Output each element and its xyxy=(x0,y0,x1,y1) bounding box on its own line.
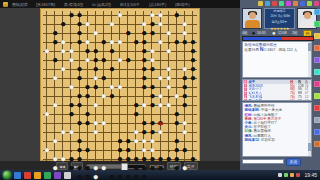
board-intersection[interactable] xyxy=(92,146,100,155)
board-intersection[interactable]: ● xyxy=(100,164,108,173)
board-intersection[interactable]: ● xyxy=(173,92,181,101)
board-intersection[interactable] xyxy=(100,137,108,146)
star-point xyxy=(168,96,170,98)
board-intersection[interactable]: ● xyxy=(59,65,67,74)
board-intersection[interactable]: ● xyxy=(100,56,108,65)
board-intersection[interactable] xyxy=(165,11,173,20)
board-intersection[interactable]: ● xyxy=(67,128,75,137)
board-intersection[interactable] xyxy=(132,56,140,65)
board-intersection[interactable] xyxy=(173,20,181,29)
board-intersection[interactable] xyxy=(165,119,173,128)
board-intersection[interactable]: ● xyxy=(43,146,51,155)
board-intersection[interactable]: ● xyxy=(108,173,116,180)
board-intersection[interactable] xyxy=(173,65,181,74)
board-intersection[interactable] xyxy=(59,92,67,101)
board-intersection[interactable]: ● xyxy=(67,56,75,65)
board-intersection[interactable] xyxy=(108,119,116,128)
right-panel: 对局信息 20分 3次 60秒 贴3又3/4子 ★★★★★★ 4段 ● 10:3… xyxy=(240,0,320,170)
table-row[interactable]: 5黑白无常6段6958 xyxy=(243,99,311,101)
board-intersection[interactable] xyxy=(43,56,51,65)
exit-icon[interactable] xyxy=(314,141,320,147)
board-intersection[interactable] xyxy=(59,110,67,119)
board-intersection[interactable]: ● xyxy=(51,137,59,146)
board-intersection[interactable]: ● xyxy=(108,65,116,74)
black-stone: ● xyxy=(109,92,114,101)
board-intersection[interactable] xyxy=(124,74,132,83)
board-intersection[interactable] xyxy=(189,137,197,146)
title-segments: [第1807局]黑:弈海4段白:清风2段贴3又3/4子(共180手)(观战中) xyxy=(36,1,193,7)
board-intersection[interactable] xyxy=(43,11,51,20)
board-intersection[interactable] xyxy=(116,119,124,128)
black-stone: ● xyxy=(101,56,106,65)
board-intersection[interactable]: ● xyxy=(84,119,92,128)
star-point xyxy=(119,96,121,98)
board-intersection[interactable] xyxy=(156,47,164,56)
board-intersection[interactable]: ● xyxy=(165,29,173,38)
board-intersection[interactable]: ● xyxy=(43,47,51,56)
board-intersection[interactable] xyxy=(181,47,189,56)
board-intersection[interactable] xyxy=(43,29,51,38)
white-stone: ● xyxy=(109,20,114,29)
white-stone: ● xyxy=(61,47,66,56)
board-intersection[interactable] xyxy=(100,146,108,155)
board-intersection[interactable] xyxy=(189,101,197,110)
send-button[interactable]: 发送 xyxy=(286,158,301,166)
board-intersection[interactable] xyxy=(124,11,132,20)
board-intersection[interactable]: ● xyxy=(124,173,132,180)
board-intersection[interactable]: ● xyxy=(124,56,132,65)
black-stone: ● xyxy=(77,101,82,110)
black-stone: ● xyxy=(150,65,155,74)
black-stone: ● xyxy=(182,146,187,155)
board-intersection[interactable] xyxy=(59,83,67,92)
ranking-table: #棋手段胜负1棋圣20099段128362天元小子8段96413烂柯真人7段88… xyxy=(242,79,312,101)
message-scrollbar[interactable] xyxy=(308,42,311,77)
board-intersection[interactable] xyxy=(116,92,124,101)
board-intersection[interactable]: ● xyxy=(181,128,189,137)
white-stone: ● xyxy=(158,38,163,47)
board-intersection[interactable] xyxy=(43,20,51,29)
black-stone: ● xyxy=(52,38,57,47)
board-intersection[interactable]: ● xyxy=(84,56,92,65)
emoji-icon[interactable] xyxy=(314,33,320,39)
goban-grid[interactable]: ●●●●●●●●●●●●●●●●●●●●●●●●●●●●●●●●●●●●●●●●… xyxy=(43,11,197,158)
board-intersection[interactable] xyxy=(51,110,59,119)
mail-icon[interactable] xyxy=(24,172,31,179)
board-intersection[interactable]: ● xyxy=(148,101,156,110)
board-intersection[interactable] xyxy=(132,20,140,29)
menu-segment[interactable]: (观战中) xyxy=(175,2,190,7)
white-stone: ● xyxy=(101,92,106,101)
white-stone: ● xyxy=(101,119,106,128)
white-stone: ● xyxy=(166,47,171,56)
black-stone: ● xyxy=(77,38,82,47)
board-intersection[interactable]: ● xyxy=(165,47,173,56)
board-intersection[interactable] xyxy=(67,20,75,29)
chat-scrollbar[interactable] xyxy=(308,103,311,156)
board-intersection[interactable]: ● xyxy=(92,128,100,137)
black-stone: ● xyxy=(125,155,130,164)
white-stone: ● xyxy=(44,47,49,56)
white-stone: ● xyxy=(117,11,122,20)
board-intersection[interactable] xyxy=(124,38,132,47)
board-intersection[interactable]: ● xyxy=(173,11,181,20)
black-stone: ● xyxy=(182,38,187,47)
board-intersection[interactable] xyxy=(84,128,92,137)
refresh-icon[interactable] xyxy=(279,1,284,6)
white-stone: ● xyxy=(52,74,57,83)
media-icon[interactable] xyxy=(44,172,51,179)
board-intersection[interactable]: ● xyxy=(100,74,108,83)
board-intersection[interactable] xyxy=(43,65,51,74)
board-intersection[interactable]: ● xyxy=(59,128,67,137)
white-stone: ● xyxy=(61,155,66,164)
black-stone: ● xyxy=(133,110,138,119)
black-stone: ● xyxy=(125,173,130,180)
board-intersection[interactable]: ● xyxy=(132,137,140,146)
white-stone: ● xyxy=(166,83,171,92)
white-stone: ● xyxy=(158,101,163,110)
board-intersection[interactable]: ● xyxy=(181,146,189,155)
board-intersection[interactable] xyxy=(92,137,100,146)
board-intersection[interactable]: ● xyxy=(148,29,156,38)
board-intersection[interactable]: ● xyxy=(84,20,92,29)
panel-toolbar xyxy=(246,1,319,7)
black-time: 10:35 xyxy=(257,30,266,34)
board-intersection[interactable]: ● xyxy=(124,155,132,164)
chat-input-row: 发送 xyxy=(242,158,312,165)
board-intersection[interactable] xyxy=(165,110,173,119)
menu-segment[interactable]: [第1807局] xyxy=(36,2,55,7)
white-stone: ● xyxy=(158,128,163,137)
board-intersection[interactable] xyxy=(92,11,100,20)
board-intersection[interactable]: ● xyxy=(92,101,100,110)
gift-icon[interactable] xyxy=(314,45,320,51)
board-intersection[interactable]: ● xyxy=(108,20,116,29)
board-intersection[interactable] xyxy=(189,110,197,119)
volume-icon[interactable] xyxy=(278,173,282,177)
board-intersection[interactable]: ● xyxy=(51,56,59,65)
board-intersection[interactable] xyxy=(43,74,51,83)
board-intersection[interactable] xyxy=(59,74,67,83)
board-intersection[interactable]: ● xyxy=(51,74,59,83)
board-intersection[interactable] xyxy=(132,65,140,74)
sound2-icon[interactable] xyxy=(314,129,320,135)
board-intersection[interactable]: ● xyxy=(100,119,108,128)
white-stone: ● xyxy=(158,20,163,29)
start-button[interactable] xyxy=(3,171,11,179)
menu-segment[interactable]: (共180手) xyxy=(149,2,166,7)
white-stone: ● xyxy=(133,137,138,146)
app-icon xyxy=(3,2,8,7)
board-intersection[interactable] xyxy=(124,83,132,92)
menu-segment[interactable]: 贴3又3/4子 xyxy=(120,2,140,7)
board-intersection[interactable]: ● xyxy=(51,101,59,110)
board-intersection[interactable]: ● xyxy=(59,20,67,29)
zoom-icon[interactable] xyxy=(293,1,298,6)
board-intersection[interactable] xyxy=(173,74,181,83)
white-stone: ● xyxy=(93,29,98,38)
board-intersection[interactable] xyxy=(108,146,116,155)
board-intersection[interactable] xyxy=(173,47,181,56)
black-stone: ● xyxy=(85,92,90,101)
board-intersection[interactable] xyxy=(189,83,197,92)
board-intersection[interactable] xyxy=(84,65,92,74)
board-intersection[interactable] xyxy=(67,65,75,74)
board-intersection[interactable]: ● xyxy=(100,92,108,101)
close-icon[interactable] xyxy=(272,1,277,6)
board-intersection[interactable] xyxy=(43,92,51,101)
black-stone: ● xyxy=(166,155,171,164)
settings-gear-icon[interactable] xyxy=(314,117,320,123)
board-intersection[interactable] xyxy=(108,110,116,119)
board-intersection[interactable] xyxy=(75,47,83,56)
black-stone: ● xyxy=(190,155,195,164)
board-intersection[interactable]: ● xyxy=(132,110,140,119)
black-stone: ● xyxy=(150,164,155,173)
white-stone: ● xyxy=(166,29,171,38)
white-stone: ● xyxy=(69,128,74,137)
board-intersection[interactable]: ● xyxy=(116,173,124,180)
white-stone: ● xyxy=(69,83,74,92)
board-intersection[interactable]: ● xyxy=(116,11,124,20)
black-stone-icon: ● xyxy=(252,30,256,36)
board-intersection[interactable] xyxy=(51,83,59,92)
info-line3: 贴3又3/4子 xyxy=(271,21,289,24)
board-intersection[interactable]: ● xyxy=(100,38,108,47)
pin-icon[interactable] xyxy=(300,1,305,6)
info-line2: 20分 3次 60秒 xyxy=(271,15,289,18)
battery-icon[interactable] xyxy=(296,173,300,177)
board-intersection[interactable]: ● xyxy=(75,101,83,110)
board-intersection[interactable] xyxy=(108,137,116,146)
board-intersection[interactable] xyxy=(124,119,132,128)
black-stone: ● xyxy=(117,155,122,164)
board-intersection[interactable]: ● xyxy=(67,83,75,92)
white-stone: ● xyxy=(61,65,66,74)
board-intersection[interactable]: ● xyxy=(43,110,51,119)
board-intersection[interactable] xyxy=(156,56,164,65)
black-stone: ● xyxy=(85,119,90,128)
board-intersection[interactable] xyxy=(51,119,59,128)
board-intersection[interactable]: ● xyxy=(51,164,59,173)
chat-input[interactable] xyxy=(242,159,284,164)
board-intersection[interactable] xyxy=(116,65,124,74)
board-intersection[interactable] xyxy=(108,128,116,137)
white-stone: ● xyxy=(52,164,57,173)
white-stone: ● xyxy=(174,92,179,101)
board-intersection[interactable] xyxy=(189,119,197,128)
board-intersection[interactable]: ● xyxy=(140,83,148,92)
board-intersection[interactable] xyxy=(189,92,197,101)
board-intersection[interactable] xyxy=(67,29,75,38)
black-rank: 4段 xyxy=(242,30,247,34)
white-stone: ● xyxy=(93,173,98,180)
message-box: 欢迎光临围棋对弈室比赛对局 NO.1807 · 观战 152 人 xyxy=(242,41,312,78)
black-stone: ● xyxy=(85,146,90,155)
black-stone: ● xyxy=(133,173,138,180)
board-intersection[interactable] xyxy=(67,137,75,146)
white-stone: ● xyxy=(158,74,163,83)
board-intersection[interactable]: ● xyxy=(181,164,189,173)
board-intersection[interactable]: ● xyxy=(116,155,124,164)
board-intersection[interactable]: ● xyxy=(51,38,59,47)
game-number-message: 比赛对局 NO.1807 · 观战 152 人 xyxy=(244,47,312,52)
board-intersection[interactable] xyxy=(189,20,197,29)
board-intersection[interactable]: ● xyxy=(156,128,164,137)
board-intersection[interactable] xyxy=(100,101,108,110)
board-intersection[interactable]: ● xyxy=(92,29,100,38)
board-intersection[interactable] xyxy=(100,128,108,137)
white-rank: 2段 xyxy=(292,30,297,34)
board-intersection[interactable] xyxy=(189,11,197,20)
board-intersection[interactable] xyxy=(132,47,140,56)
board-intersection[interactable]: ● xyxy=(189,74,197,83)
black-stone: ● xyxy=(93,83,98,92)
board-intersection[interactable]: ● xyxy=(59,47,67,56)
board-intersection[interactable] xyxy=(173,56,181,65)
board-intersection[interactable]: ● xyxy=(173,119,181,128)
white-stone: ● xyxy=(85,56,90,65)
chat-line: 观战者12: 精彩精彩 xyxy=(244,137,312,141)
black-ratio-segment xyxy=(243,37,282,40)
board-intersection[interactable]: ● xyxy=(116,56,124,65)
board-intersection[interactable] xyxy=(156,137,164,146)
print-icon[interactable] xyxy=(265,1,270,6)
last-move-label: 180 xyxy=(158,122,163,126)
board-intersection[interactable]: ● xyxy=(189,155,197,164)
board-intersection[interactable]: ● xyxy=(140,101,148,110)
black-stone: ● xyxy=(125,56,130,65)
info-line1: 对局信息 xyxy=(271,10,289,13)
board-intersection[interactable]: ● xyxy=(75,119,83,128)
white-stone: ● xyxy=(182,128,187,137)
white-stone: ● xyxy=(44,146,49,155)
board-intersection[interactable]: ● xyxy=(156,38,164,47)
chat-box: 清风: 黑棋厚势不错观战者88: 中腹一条大龙烂柯: 白棋下边危险了系统: 第1… xyxy=(242,102,312,157)
board-intersection[interactable] xyxy=(165,128,173,137)
black-stone: ● xyxy=(109,173,114,180)
board-intersection[interactable] xyxy=(43,119,51,128)
white-stone: ● xyxy=(117,38,122,47)
board-intersection[interactable]: ● xyxy=(181,38,189,47)
sound-icon[interactable] xyxy=(286,1,291,6)
black-stone: ● xyxy=(158,164,163,173)
antivirus-icon[interactable] xyxy=(290,173,294,177)
board-intersection[interactable]: ● xyxy=(156,74,164,83)
board-intersection[interactable] xyxy=(59,137,67,146)
board-intersection[interactable]: ● xyxy=(75,74,83,83)
white-stone: ● xyxy=(166,101,171,110)
board-intersection[interactable] xyxy=(132,11,140,20)
board-intersection[interactable]: ● xyxy=(132,38,140,47)
board-intersection[interactable]: ● xyxy=(67,110,75,119)
black-stone: ● xyxy=(142,173,147,180)
star-point xyxy=(70,42,72,44)
board-intersection[interactable] xyxy=(132,74,140,83)
board-intersection[interactable]: ● xyxy=(84,146,92,155)
board-intersection[interactable]: ● xyxy=(108,47,116,56)
board-intersection[interactable] xyxy=(43,128,51,137)
board-intersection[interactable] xyxy=(108,101,116,110)
board-intersection[interactable]: ● xyxy=(84,92,92,101)
board-intersection[interactable]: ● xyxy=(156,20,164,29)
chat-icon[interactable] xyxy=(314,21,320,27)
black-stone: ● xyxy=(69,110,74,119)
board-intersection[interactable]: ● xyxy=(92,83,100,92)
study-icon[interactable] xyxy=(314,69,320,75)
board-intersection[interactable] xyxy=(51,11,59,20)
white-stone: ● xyxy=(93,101,98,110)
white-stone: ● xyxy=(182,164,187,173)
board-intersection[interactable]: ● xyxy=(67,11,75,20)
record-icon[interactable] xyxy=(314,57,320,63)
black-stone: ● xyxy=(190,74,195,83)
black-stone: ● xyxy=(101,38,106,47)
min-icon[interactable] xyxy=(307,1,312,6)
browser-icon[interactable] xyxy=(14,172,21,179)
folder-icon[interactable] xyxy=(34,172,41,179)
board-intersection[interactable] xyxy=(132,83,140,92)
board-intersection[interactable] xyxy=(165,137,173,146)
board-intersection[interactable] xyxy=(43,83,51,92)
white-time: 12:08 xyxy=(278,30,287,34)
board-intersection[interactable]: ● xyxy=(165,83,173,92)
system-tray: 19:45 xyxy=(278,172,317,178)
side-icon-strip xyxy=(313,9,320,161)
board-intersection[interactable]: ● xyxy=(156,101,164,110)
board-intersection[interactable] xyxy=(100,11,108,20)
black-stone: ● xyxy=(109,65,114,74)
white-stone: ● xyxy=(142,101,147,110)
board-intersection[interactable]: ● xyxy=(124,29,132,38)
black-stone: ● xyxy=(125,29,130,38)
board-intersection[interactable] xyxy=(59,101,67,110)
board-intersection[interactable]: ● xyxy=(116,83,124,92)
count-icon[interactable] xyxy=(314,81,320,87)
pass-icon[interactable] xyxy=(314,93,320,99)
menu-segment[interactable]: 黑:弈海4段 xyxy=(64,2,83,7)
board-intersection[interactable] xyxy=(116,20,124,29)
network-icon[interactable] xyxy=(284,173,288,177)
board-intersection[interactable] xyxy=(124,92,132,101)
board-intersection[interactable] xyxy=(189,128,197,137)
black-stone: ● xyxy=(174,38,179,47)
white-stone: ● xyxy=(52,101,57,110)
menu-segment[interactable]: 白:清风2段 xyxy=(92,2,111,7)
board-intersection[interactable] xyxy=(116,110,124,119)
help-icon[interactable] xyxy=(314,1,319,6)
board-intersection[interactable]: ● xyxy=(75,38,83,47)
board-intersection[interactable] xyxy=(100,20,108,29)
info-icon[interactable] xyxy=(314,9,320,15)
board-intersection[interactable] xyxy=(124,101,132,110)
go-board[interactable]: ●●●●●●●●●●●●●●●●●●●●●●●●●●●●●●●●●●●●●●●●… xyxy=(40,8,200,161)
resign-icon[interactable] xyxy=(314,105,320,111)
board-intersection[interactable]: ● xyxy=(173,38,181,47)
board-intersection[interactable]: ● xyxy=(165,101,173,110)
save-icon[interactable] xyxy=(258,1,263,6)
board-intersection[interactable] xyxy=(116,101,124,110)
board-intersection[interactable]: ● xyxy=(148,65,156,74)
board-intersection[interactable]: ● xyxy=(116,38,124,47)
board-intersection[interactable] xyxy=(124,110,132,119)
white-stone: ● xyxy=(85,20,90,29)
board-intersection[interactable]: ● xyxy=(181,101,189,110)
black-player-photo xyxy=(242,8,262,29)
board-intersection[interactable]: ● xyxy=(108,92,116,101)
board-intersection[interactable] xyxy=(124,65,132,74)
